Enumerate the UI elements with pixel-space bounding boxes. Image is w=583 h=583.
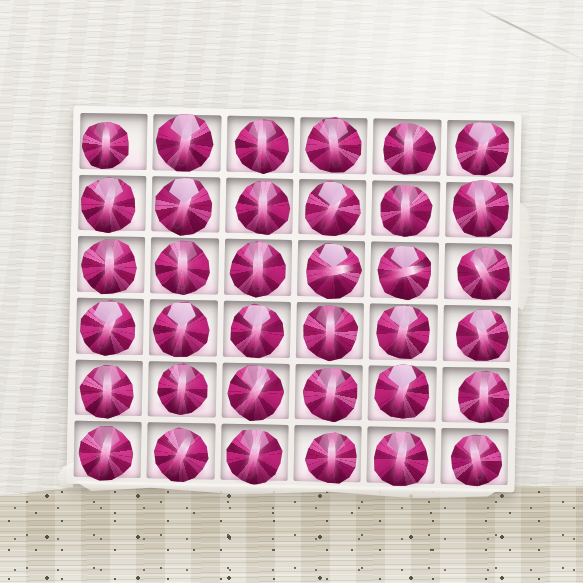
tray-cell <box>370 242 438 299</box>
tray-cell <box>74 421 142 478</box>
tray-cell <box>153 114 221 171</box>
tray-cell <box>149 299 217 356</box>
tray-cell <box>221 362 289 419</box>
tray-cell <box>220 424 288 481</box>
wood-surface-band <box>0 486 583 583</box>
bead-tray <box>66 106 521 493</box>
tray-cell <box>444 243 512 300</box>
tray-cell <box>295 364 363 421</box>
tray-cell <box>152 176 220 233</box>
tray-cell <box>440 428 508 485</box>
tray-cell <box>225 177 293 234</box>
tray-cell <box>368 365 436 422</box>
tray-cell <box>150 238 218 295</box>
tray-cell <box>78 175 146 232</box>
tray-cell <box>79 113 147 170</box>
tray-cell <box>294 425 362 482</box>
tray-cell <box>369 303 437 360</box>
tray-cell <box>148 361 216 418</box>
tray-cell <box>446 120 514 177</box>
tray-cell <box>224 239 292 296</box>
tray-cell <box>147 423 215 480</box>
tray-cell <box>77 236 145 293</box>
tray-cell <box>296 302 364 359</box>
tray-cell <box>443 305 511 362</box>
tray-cell <box>367 427 435 484</box>
tray-cell <box>76 298 144 355</box>
photo-scene <box>0 0 583 583</box>
tray-cell <box>226 116 294 173</box>
tray-cell <box>445 182 513 239</box>
wood-specks <box>0 486 583 583</box>
tray-cell <box>372 180 440 237</box>
tray-cell <box>298 179 366 236</box>
tray-grid <box>74 113 515 485</box>
tray-cell <box>373 118 441 175</box>
tray-cell <box>297 240 365 297</box>
tray-cell <box>299 117 367 174</box>
tray-cell <box>441 367 509 424</box>
tray-cell <box>75 359 143 416</box>
tray-cell <box>223 301 291 358</box>
